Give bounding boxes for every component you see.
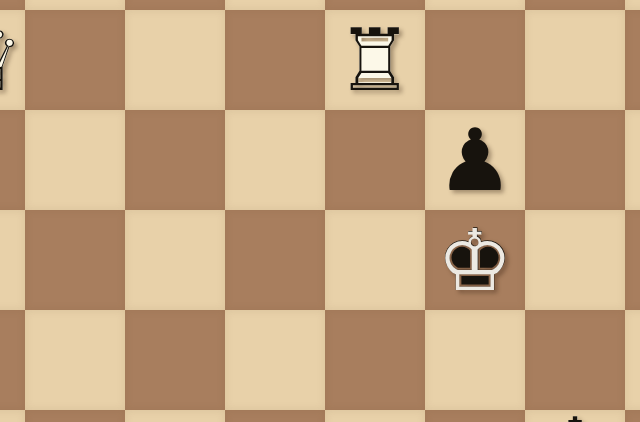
square-e3[interactable]	[325, 410, 425, 422]
square-c6[interactable]	[125, 110, 225, 210]
square-c5[interactable]	[125, 210, 225, 310]
square-f3[interactable]	[425, 410, 525, 422]
square-g4[interactable]	[525, 310, 625, 410]
square-h5[interactable]	[625, 210, 640, 310]
square-d6[interactable]	[225, 110, 325, 210]
square-h4[interactable]	[625, 310, 640, 410]
square-c8[interactable]	[125, 0, 225, 10]
square-g6[interactable]	[525, 110, 625, 210]
square-f4[interactable]	[425, 310, 525, 410]
square-a5[interactable]	[0, 210, 25, 310]
square-h8[interactable]	[625, 0, 640, 10]
square-h6[interactable]	[625, 110, 640, 210]
black-pawn-icon: ♟	[425, 110, 525, 210]
black-king-f5[interactable]: ♚♔	[425, 210, 525, 310]
square-g3[interactable]: ♚♔	[525, 410, 625, 422]
square-a8[interactable]	[0, 0, 25, 10]
square-e7[interactable]: ♜♖	[325, 10, 425, 110]
square-f8[interactable]	[425, 0, 525, 10]
square-b7[interactable]	[25, 10, 125, 110]
square-e8[interactable]	[325, 0, 425, 10]
square-a3[interactable]	[0, 410, 25, 422]
square-b4[interactable]	[25, 310, 125, 410]
board-viewport: ♛♕♜♖♟♚♔♚♔	[0, 0, 640, 422]
square-f6[interactable]: ♟	[425, 110, 525, 210]
square-e6[interactable]	[325, 110, 425, 210]
square-a6[interactable]	[0, 110, 25, 210]
chessboard: ♛♕♜♖♟♚♔♚♔	[0, 0, 640, 422]
square-a4[interactable]	[0, 310, 25, 410]
square-d3[interactable]	[225, 410, 325, 422]
square-b5[interactable]	[25, 210, 125, 310]
white-rook-e7[interactable]: ♜♖	[325, 10, 425, 110]
square-b6[interactable]	[25, 110, 125, 210]
square-g7[interactable]	[525, 10, 625, 110]
square-b3[interactable]	[25, 410, 125, 422]
square-f5[interactable]: ♚♔	[425, 210, 525, 310]
square-d8[interactable]	[225, 0, 325, 10]
square-e5[interactable]	[325, 210, 425, 310]
square-e4[interactable]	[325, 310, 425, 410]
square-b8[interactable]	[25, 0, 125, 10]
square-d4[interactable]	[225, 310, 325, 410]
square-f7[interactable]	[425, 10, 525, 110]
black-king-detail: ♔	[426, 211, 525, 310]
square-a7[interactable]: ♛♕	[0, 10, 25, 110]
square-g8[interactable]	[525, 0, 625, 10]
square-h7[interactable]	[625, 10, 640, 110]
white-king-icon: ♔	[525, 399, 625, 422]
white-rook-icon: ♖	[325, 10, 425, 110]
square-g5[interactable]	[525, 210, 625, 310]
square-d5[interactable]	[225, 210, 325, 310]
white-king-g3[interactable]: ♚♔	[525, 399, 625, 422]
black-pawn-f6[interactable]: ♟	[425, 110, 525, 210]
square-c4[interactable]	[125, 310, 225, 410]
square-c7[interactable]	[125, 10, 225, 110]
square-h3[interactable]	[625, 410, 640, 422]
square-d7[interactable]	[225, 10, 325, 110]
square-c3[interactable]	[125, 410, 225, 422]
